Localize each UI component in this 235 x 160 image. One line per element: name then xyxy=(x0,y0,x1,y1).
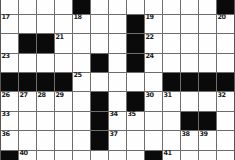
clue-number: 29 xyxy=(56,92,64,99)
black-cell-r3c2 xyxy=(19,34,36,52)
cell-r1c10[interactable] xyxy=(163,0,180,14)
clue-number: 16 xyxy=(110,0,118,2)
black-cell-r9c1 xyxy=(1,151,18,160)
cell-r9c8[interactable] xyxy=(127,151,144,160)
cell-r6c9[interactable]: 30 xyxy=(145,92,162,110)
cell-r7c5[interactable] xyxy=(73,112,90,130)
clue-number: 38 xyxy=(182,131,190,138)
cell-r9c4[interactable] xyxy=(55,151,72,160)
black-cell-r2c8 xyxy=(127,15,144,33)
cell-r4c1[interactable]: 23 xyxy=(1,54,18,72)
cell-r1c2[interactable] xyxy=(19,0,36,14)
cell-r6c7[interactable] xyxy=(109,92,126,110)
cell-r4c9[interactable]: 24 xyxy=(145,54,162,72)
cell-r4c12[interactable] xyxy=(199,54,216,72)
cell-r4c13[interactable] xyxy=(217,54,234,72)
black-cell-r1c5 xyxy=(73,0,90,14)
clue-number: 22 xyxy=(146,34,154,41)
black-cell-r6c6 xyxy=(91,92,108,110)
cell-r3c11[interactable] xyxy=(181,34,198,52)
clue-number: 33 xyxy=(2,111,10,118)
cell-r8c2[interactable] xyxy=(19,131,36,149)
clue-number: 19 xyxy=(146,14,154,21)
cell-r1c3[interactable] xyxy=(37,0,54,14)
black-cell-r3c3 xyxy=(37,34,54,52)
cell-r2c13[interactable]: 20 xyxy=(217,15,234,33)
cell-r8c10[interactable] xyxy=(163,131,180,149)
clue-number: 34 xyxy=(110,111,118,118)
cell-r9c11[interactable] xyxy=(181,151,198,160)
cell-r4c11[interactable] xyxy=(181,54,198,72)
clue-number: 30 xyxy=(146,92,154,99)
cell-r2c3[interactable] xyxy=(37,15,54,33)
cell-r8c4[interactable] xyxy=(55,131,72,149)
cell-r9c10[interactable]: 41 xyxy=(163,151,180,160)
clue-number: 37 xyxy=(110,131,118,138)
cell-r8c3[interactable] xyxy=(37,131,54,149)
cell-r1c9[interactable] xyxy=(145,0,162,14)
crossword-grid: 1415161718192021222324252627282930313233… xyxy=(0,0,235,160)
black-cell-r4c8 xyxy=(127,54,144,72)
cell-r7c3[interactable] xyxy=(37,112,54,130)
cell-r2c2[interactable] xyxy=(19,15,36,33)
black-cell-r5c4 xyxy=(55,73,72,91)
cell-r8c7[interactable]: 37 xyxy=(109,131,126,149)
cell-r8c11[interactable]: 38 xyxy=(181,131,198,149)
crossword-screenshot: 1415161718192021222324252627282930313233… xyxy=(0,0,235,160)
cell-r2c7[interactable] xyxy=(109,15,126,33)
cell-r4c5[interactable] xyxy=(73,54,90,72)
cell-r6c4[interactable]: 29 xyxy=(55,92,72,110)
black-cell-r7c12 xyxy=(199,112,216,130)
cell-r7c1[interactable]: 33 xyxy=(1,112,18,130)
cell-r2c5[interactable]: 18 xyxy=(73,15,90,33)
black-cell-r5c3 xyxy=(37,73,54,91)
cell-r9c3[interactable] xyxy=(37,151,54,160)
black-cell-r5c2 xyxy=(19,73,36,91)
cell-r5c9[interactable] xyxy=(145,73,162,91)
cell-r6c1[interactable]: 26 xyxy=(1,92,18,110)
cell-r8c13[interactable] xyxy=(217,131,234,149)
cell-r3c10[interactable] xyxy=(163,34,180,52)
cell-r9c5[interactable] xyxy=(73,151,90,160)
cell-r9c6[interactable] xyxy=(91,151,108,160)
clue-number: 36 xyxy=(2,131,10,138)
clue-number: 17 xyxy=(2,14,10,21)
clue-number: 28 xyxy=(38,92,46,99)
cell-r4c10[interactable] xyxy=(163,54,180,72)
cell-r1c11[interactable] xyxy=(181,0,198,14)
cell-r5c8[interactable] xyxy=(127,73,144,91)
black-cell-r9c9 xyxy=(145,151,162,160)
cell-r6c2[interactable]: 27 xyxy=(19,92,36,110)
cell-r1c8[interactable] xyxy=(127,0,144,14)
clue-number: 39 xyxy=(200,131,208,138)
cell-r2c12[interactable] xyxy=(199,15,216,33)
cell-r7c10[interactable] xyxy=(163,112,180,130)
cell-r5c7[interactable] xyxy=(109,73,126,91)
clue-number: 18 xyxy=(74,14,82,21)
cell-r1c12[interactable] xyxy=(199,0,216,14)
black-cell-r3c8 xyxy=(127,34,144,52)
cell-r5c6[interactable] xyxy=(91,73,108,91)
cell-r3c6[interactable] xyxy=(91,34,108,52)
cell-r2c11[interactable] xyxy=(181,15,198,33)
cell-r8c12[interactable]: 39 xyxy=(199,131,216,149)
cell-r7c2[interactable] xyxy=(19,112,36,130)
black-cell-r5c11 xyxy=(181,73,198,91)
cell-r6c5[interactable] xyxy=(73,92,90,110)
cell-r7c7[interactable]: 34 xyxy=(109,112,126,130)
cell-r6c11[interactable] xyxy=(181,92,198,110)
black-cell-r1c13 xyxy=(217,0,234,14)
black-cell-r6c8 xyxy=(127,92,144,110)
cell-r7c9[interactable] xyxy=(145,112,162,130)
clue-number: 21 xyxy=(56,34,64,41)
black-cell-r7c11 xyxy=(181,112,198,130)
cell-r7c8[interactable]: 35 xyxy=(127,112,144,130)
cell-r7c4[interactable] xyxy=(55,112,72,130)
cell-r1c7[interactable]: 16 xyxy=(109,0,126,14)
clue-number: 26 xyxy=(2,92,10,99)
clue-number: 41 xyxy=(164,150,172,157)
clue-number: 20 xyxy=(218,14,226,21)
cell-r2c1[interactable]: 17 xyxy=(1,15,18,33)
cell-r4c7[interactable] xyxy=(109,54,126,72)
cell-r3c1[interactable] xyxy=(1,34,18,52)
cell-r3c5[interactable] xyxy=(73,34,90,52)
clue-number: 27 xyxy=(20,92,28,99)
cell-r2c4[interactable] xyxy=(55,15,72,33)
clue-number: 15 xyxy=(92,0,100,2)
cell-r6c3[interactable]: 28 xyxy=(37,92,54,110)
clue-number: 32 xyxy=(218,92,226,99)
cell-r2c10[interactable] xyxy=(163,15,180,33)
clue-number: 40 xyxy=(20,150,28,157)
cell-r1c1[interactable]: 14 xyxy=(1,0,18,14)
clue-number: 23 xyxy=(2,53,10,60)
cell-r7c13[interactable] xyxy=(217,112,234,130)
clue-number: 24 xyxy=(146,53,154,60)
cell-r8c8[interactable] xyxy=(127,131,144,149)
black-cell-r4c6 xyxy=(91,54,108,72)
black-cell-r5c13 xyxy=(217,73,234,91)
black-cell-r5c10 xyxy=(163,73,180,91)
cell-r8c1[interactable]: 36 xyxy=(1,131,18,149)
cell-r1c4[interactable] xyxy=(55,0,72,14)
black-cell-r8c6 xyxy=(91,131,108,149)
cell-r3c7[interactable] xyxy=(109,34,126,52)
cell-r2c9[interactable]: 19 xyxy=(145,15,162,33)
cell-r2c6[interactable] xyxy=(91,15,108,33)
cell-r4c4[interactable] xyxy=(55,54,72,72)
cell-r6c13[interactable]: 32 xyxy=(217,92,234,110)
cell-r9c7[interactable] xyxy=(109,151,126,160)
cell-r9c12[interactable] xyxy=(199,151,216,160)
black-cell-r7c6 xyxy=(91,112,108,130)
clue-number: 35 xyxy=(128,111,136,118)
cell-r4c3[interactable] xyxy=(37,54,54,72)
cell-r5c5[interactable]: 25 xyxy=(73,73,90,91)
cell-r3c12[interactable] xyxy=(199,34,216,52)
cell-r3c4[interactable]: 21 xyxy=(55,34,72,52)
cell-r1c6[interactable]: 15 xyxy=(91,0,108,14)
clue-number: 14 xyxy=(2,0,10,2)
black-cell-r5c12 xyxy=(199,73,216,91)
cell-r9c2[interactable]: 40 xyxy=(19,151,36,160)
cell-r8c9[interactable] xyxy=(145,131,162,149)
clue-number: 31 xyxy=(164,92,172,99)
cell-r6c10[interactable]: 31 xyxy=(163,92,180,110)
black-cell-r5c1 xyxy=(1,73,18,91)
cell-r3c9[interactable]: 22 xyxy=(145,34,162,52)
cell-r3c13[interactable] xyxy=(217,34,234,52)
cell-r6c12[interactable] xyxy=(199,92,216,110)
cell-r4c2[interactable] xyxy=(19,54,36,72)
clue-number: 25 xyxy=(74,72,82,79)
cell-r8c5[interactable] xyxy=(73,131,90,149)
cell-r9c13[interactable] xyxy=(217,151,234,160)
